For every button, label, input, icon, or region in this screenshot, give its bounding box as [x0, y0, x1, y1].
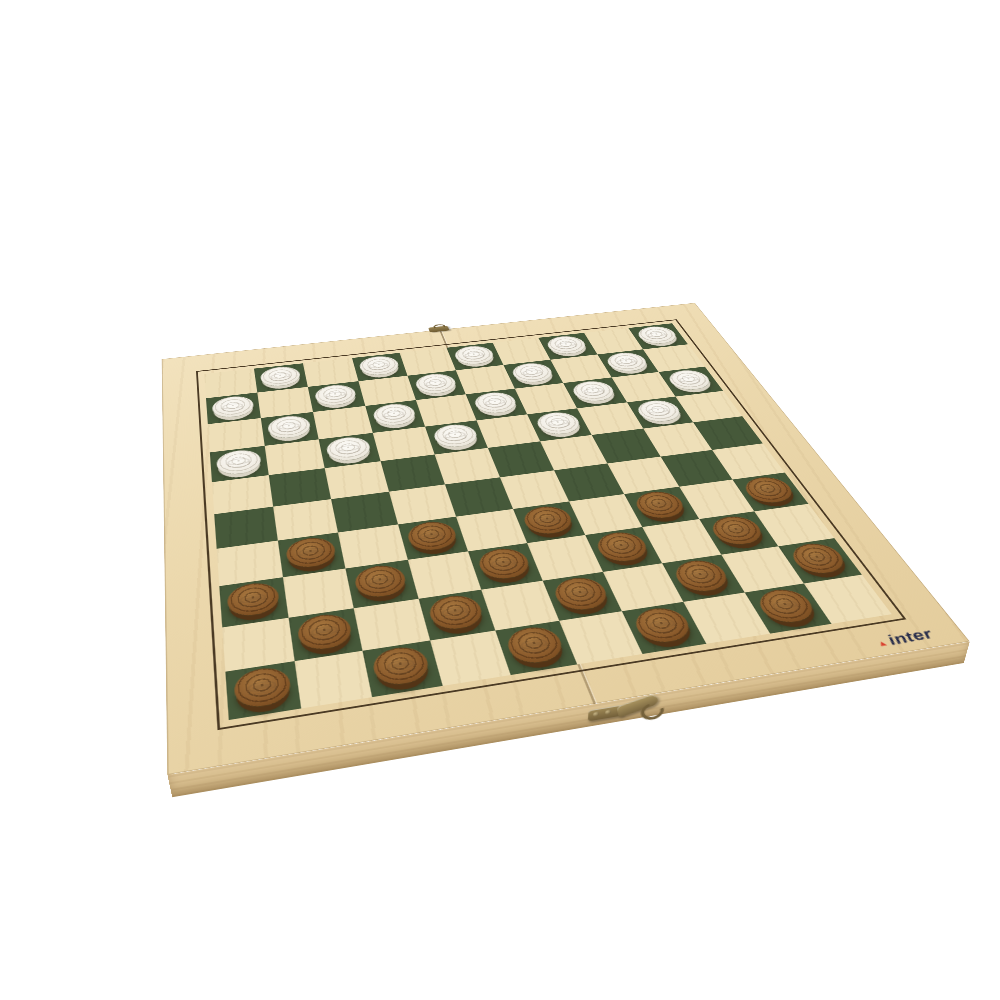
- board-square[interactable]: [804, 574, 892, 623]
- board-square[interactable]: ⛂: [219, 577, 288, 627]
- checker-brown[interactable]: ⛂: [752, 586, 820, 625]
- board-square[interactable]: [679, 480, 754, 520]
- board-square[interactable]: ⛂: [289, 608, 363, 661]
- logo-triangle-icon: ▲: [875, 638, 891, 648]
- board-square[interactable]: [269, 468, 332, 507]
- board-square[interactable]: [559, 611, 643, 664]
- checker-glyph: ⛀: [335, 439, 363, 457]
- board-square[interactable]: [295, 651, 373, 709]
- board-top-face: ⛀⛀⛀⛀⛀⛀⛀⛀⛀⛀⛀⛀⛀⛀⛀⛀⛀⛀⛀⛀⛂⛂⛂⛂⛂⛂⛂⛂⛂⛂⛂⛂⛂⛂⛂⛂⛂⛂⛂⛂…: [162, 303, 970, 775]
- checker-brown[interactable]: ⛂: [371, 644, 433, 688]
- board-square[interactable]: ⛂: [225, 661, 301, 720]
- board-square[interactable]: ⛂: [346, 560, 418, 608]
- board-square[interactable]: [569, 494, 642, 535]
- checker-glyph: ⛀: [226, 453, 253, 472]
- checker-glyph: ⛀: [323, 387, 349, 403]
- board-square[interactable]: [754, 504, 834, 546]
- board-square[interactable]: [481, 580, 559, 630]
- checker-brown[interactable]: ⛂: [296, 611, 354, 652]
- board-square[interactable]: ⛂: [732, 473, 808, 512]
- board-square[interactable]: ⛂: [468, 543, 543, 589]
- checker-glyph: ⛀: [268, 369, 292, 384]
- checker-brown[interactable]: ⛂: [405, 519, 460, 553]
- board-square[interactable]: ⛂: [513, 502, 585, 544]
- far-brass-latch-icon: [428, 326, 449, 333]
- board-square[interactable]: [325, 461, 389, 499]
- checker-glyph: ⛂: [798, 547, 838, 570]
- checker-glyph: ⛂: [516, 631, 554, 659]
- checker-glyph: ⛂: [238, 587, 269, 613]
- checker-brown[interactable]: ⛂: [475, 546, 533, 582]
- board-square[interactable]: [721, 546, 804, 592]
- board-square[interactable]: [603, 563, 684, 611]
- checker-brown[interactable]: ⛂: [631, 489, 689, 520]
- checker-glyph: ⛀: [380, 406, 407, 423]
- board-square[interactable]: [273, 499, 338, 541]
- board-square[interactable]: ⛂: [278, 533, 346, 578]
- checker-white[interactable]: ⛀: [544, 335, 590, 356]
- checker-brown[interactable]: ⛂: [593, 530, 653, 565]
- checker-glyph: ⛂: [682, 563, 720, 587]
- checker-glyph: ⛂: [531, 510, 565, 532]
- checker-glyph: ⛂: [605, 536, 641, 559]
- brand-logo: ▲ inter: [871, 626, 938, 651]
- checker-white[interactable]: ⛀: [472, 391, 520, 416]
- checker-white[interactable]: ⛀: [216, 448, 262, 476]
- checker-brown[interactable]: ⛂: [503, 624, 567, 666]
- checker-glyph: ⛂: [562, 581, 599, 606]
- board-square[interactable]: [527, 535, 603, 580]
- checker-glyph: ⛂: [416, 525, 448, 547]
- checker-glyph: ⛀: [422, 376, 449, 391]
- board-square[interactable]: [684, 592, 770, 643]
- checker-white[interactable]: ⛀: [357, 355, 400, 377]
- checker-glyph: ⛀: [674, 372, 704, 387]
- checker-glyph: ⛀: [461, 348, 487, 362]
- checker-brown[interactable]: ⛂: [630, 605, 696, 646]
- board-square[interactable]: [338, 525, 407, 569]
- checker-glyph: ⛂: [365, 569, 398, 594]
- checker-brown[interactable]: ⛂: [670, 557, 734, 594]
- checker-white[interactable]: ⛀: [325, 435, 373, 463]
- board-square[interactable]: [445, 477, 513, 516]
- checker-brown[interactable]: ⛂: [785, 541, 850, 576]
- checker-glyph: ⛂: [308, 618, 342, 645]
- checker-glyph: ⛂: [765, 593, 806, 619]
- checker-brown[interactable]: ⛂: [233, 665, 292, 711]
- checker-white[interactable]: ⛀: [634, 325, 681, 345]
- playing-grid: ⛀⛀⛀⛀⛀⛀⛀⛀⛀⛀⛀⛀⛀⛀⛀⛀⛀⛀⛀⛀⛂⛂⛂⛂⛂⛂⛂⛂⛂⛂⛂⛂⛂⛂⛂⛂⛂⛂⛂⛂: [204, 323, 891, 720]
- checker-brown[interactable]: ⛂: [706, 514, 768, 547]
- checker-brown[interactable]: ⛂: [739, 475, 799, 505]
- board-square[interactable]: ⛂: [418, 589, 495, 640]
- checker-brown[interactable]: ⛂: [520, 504, 577, 537]
- board-square[interactable]: ⛂: [495, 621, 577, 675]
- checker-glyph: ⛀: [579, 383, 608, 399]
- checker-glyph: ⛂: [643, 495, 678, 516]
- board-square[interactable]: ⛂: [744, 583, 831, 633]
- board-square[interactable]: [214, 507, 278, 549]
- checker-glyph: ⛀: [366, 358, 391, 373]
- board-square[interactable]: [430, 630, 511, 686]
- board-square[interactable]: [212, 475, 273, 514]
- checker-glyph: ⛀: [643, 403, 674, 420]
- checker-white[interactable]: ⛀: [533, 410, 584, 436]
- board-square[interactable]: [331, 492, 397, 533]
- product-photo-background: ⛀⛀⛀⛀⛀⛀⛀⛀⛀⛀⛀⛀⛀⛀⛀⛀⛀⛀⛀⛀⛂⛂⛂⛂⛂⛂⛂⛂⛂⛂⛂⛂⛂⛂⛂⛂⛂⛂⛂⛂…: [0, 0, 1000, 1000]
- checker-white[interactable]: ⛀: [260, 365, 302, 388]
- checker-white[interactable]: ⛀: [570, 380, 619, 404]
- checker-glyph: ⛂: [383, 651, 419, 680]
- playing-area-border: ⛀⛀⛀⛀⛀⛀⛀⛀⛀⛀⛀⛀⛀⛀⛀⛀⛀⛀⛀⛀⛂⛂⛂⛂⛂⛂⛂⛂⛂⛂⛂⛂⛂⛂⛂⛂⛂⛂⛂⛂: [196, 319, 906, 730]
- checker-glyph: ⛂: [718, 520, 755, 542]
- checker-white[interactable]: ⛀: [267, 414, 312, 440]
- checker-brown[interactable]: ⛂: [353, 563, 409, 600]
- checker-glyph: ⛀: [221, 399, 246, 415]
- checker-white[interactable]: ⛀: [314, 383, 358, 407]
- checker-white[interactable]: ⛀: [603, 351, 651, 373]
- board-square[interactable]: ⛂: [778, 538, 862, 583]
- checker-glyph: ⛀: [519, 365, 547, 380]
- board-square[interactable]: [222, 617, 295, 671]
- board-square[interactable]: [389, 484, 456, 524]
- checker-glyph: ⛂: [245, 672, 279, 702]
- checker-white[interactable]: ⛀: [212, 395, 255, 420]
- checker-glyph: ⛀: [481, 395, 509, 411]
- checker-glyph: ⛂: [643, 612, 683, 639]
- checker-brown[interactable]: ⛂: [550, 575, 612, 613]
- board-square[interactable]: [217, 541, 284, 587]
- checker-white[interactable]: ⛀: [371, 402, 418, 427]
- checker-white[interactable]: ⛀: [633, 398, 685, 423]
- board-square[interactable]: [456, 509, 527, 552]
- checker-brown[interactable]: ⛂: [285, 535, 338, 570]
- board-square[interactable]: [643, 519, 721, 563]
- checker-white[interactable]: ⛀: [509, 362, 556, 385]
- checker-glyph: ⛂: [751, 480, 787, 500]
- board-square[interactable]: [380, 454, 445, 491]
- logo-text: inter: [884, 626, 938, 649]
- checker-glyph: ⛀: [553, 338, 580, 352]
- checker-white[interactable]: ⛀: [452, 344, 497, 366]
- checker-white[interactable]: ⛀: [431, 422, 480, 449]
- checker-glyph: ⛂: [438, 599, 473, 625]
- checker-glyph: ⛀: [544, 414, 574, 431]
- checker-glyph: ⛂: [296, 541, 327, 564]
- board-square[interactable]: [354, 599, 430, 651]
- board-square[interactable]: [407, 552, 480, 599]
- board-square[interactable]: ⛂: [543, 572, 622, 621]
- checker-white[interactable]: ⛀: [413, 372, 459, 395]
- checker-brown[interactable]: ⛂: [226, 581, 280, 620]
- board-square[interactable]: [283, 569, 354, 618]
- checker-glyph: ⛀: [441, 427, 470, 445]
- checker-white[interactable]: ⛀: [664, 369, 714, 392]
- board-square[interactable]: ⛂: [622, 602, 707, 654]
- draughts-board: ⛀⛀⛀⛀⛀⛀⛀⛀⛀⛀⛀⛀⛀⛀⛀⛀⛀⛀⛀⛀⛂⛂⛂⛂⛂⛂⛂⛂⛂⛂⛂⛂⛂⛂⛂⛂⛂⛂⛂⛂…: [162, 303, 970, 775]
- checker-glyph: ⛀: [612, 355, 641, 370]
- board-square[interactable]: ⛂: [586, 527, 663, 571]
- board-square[interactable]: ⛂: [699, 512, 778, 555]
- checker-glyph: ⛀: [276, 419, 302, 436]
- board-square[interactable]: ⛂: [625, 487, 699, 527]
- checker-glyph: ⛀: [643, 328, 671, 341]
- board-square[interactable]: ⛂: [662, 554, 744, 601]
- board-square[interactable]: ⛂: [363, 640, 442, 697]
- checker-brown[interactable]: ⛂: [426, 593, 486, 633]
- checker-glyph: ⛂: [487, 552, 522, 576]
- board-square[interactable]: ⛂: [398, 517, 468, 560]
